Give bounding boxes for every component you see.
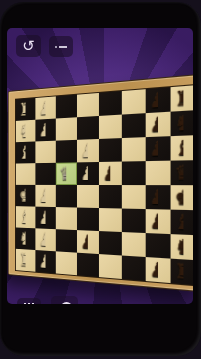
white-pawn: ♟ [34, 230, 57, 250]
square[interactable]: ♟ [77, 162, 99, 185]
square[interactable] [16, 163, 36, 185]
black-bishop: ♝ [170, 211, 193, 234]
square[interactable] [35, 163, 55, 185]
black-rook: ♜ [170, 260, 193, 283]
square[interactable] [122, 256, 146, 281]
square[interactable] [56, 251, 77, 275]
square[interactable] [56, 185, 77, 208]
square[interactable] [122, 137, 146, 161]
square[interactable]: ♛ [171, 160, 193, 185]
black-bishop: ♝ [170, 137, 193, 160]
black-pawn: ♟ [145, 259, 170, 281]
white-pawn: ♟ [76, 163, 100, 184]
square[interactable]: ♟ [35, 96, 55, 119]
black-pawn: ♟ [145, 186, 170, 208]
square[interactable] [35, 141, 55, 164]
square[interactable]: ♝ [171, 210, 193, 236]
square[interactable]: ♝ [16, 206, 36, 228]
square[interactable]: ♟ [146, 209, 171, 234]
white-pawn: ♟ [34, 186, 57, 206]
square[interactable] [122, 113, 146, 138]
black-knight: ♞ [170, 236, 193, 259]
white-pawn: ♟ [34, 208, 57, 228]
black-rook: ♜ [170, 87, 193, 110]
square[interactable] [122, 185, 146, 209]
square[interactable]: ♞ [171, 234, 193, 260]
square[interactable] [77, 208, 99, 232]
square[interactable] [77, 93, 99, 117]
square[interactable]: ♚ [16, 185, 36, 207]
white-king: ♚ [14, 186, 36, 206]
square[interactable]: ♞ [16, 120, 36, 142]
black-pawn: ♟ [145, 113, 170, 135]
square[interactable]: ♝ [171, 135, 193, 161]
square[interactable] [77, 185, 99, 208]
square[interactable] [99, 208, 122, 232]
magnifier-icon [56, 300, 74, 304]
square[interactable]: ♚ [171, 185, 193, 210]
undo-button[interactable]: ↺ [16, 35, 41, 57]
chess-board-3d: ♜♟♟♜♞♟♟♞♝♟♟♝♛♟♟♛♚♟♟♚♝♟♟♝♞♟♟♞♜♟♟♜ [8, 73, 193, 292]
white-bishop: ♝ [14, 207, 36, 227]
square[interactable] [99, 185, 122, 209]
square[interactable] [146, 161, 171, 185]
square[interactable]: ♟ [146, 257, 171, 283]
square[interactable] [99, 254, 122, 279]
square[interactable]: ♟ [35, 228, 55, 251]
board-wooden-frame: ♜♟♟♜♞♟♟♞♝♟♟♝♛♟♟♛♚♟♟♚♝♟♟♝♞♟♟♞♜♟♟♜ [8, 73, 193, 292]
square[interactable] [56, 229, 77, 252]
square[interactable]: ♟ [146, 136, 171, 161]
square[interactable]: ♟ [146, 112, 171, 137]
square[interactable] [122, 89, 146, 114]
square[interactable]: ♟ [146, 87, 171, 113]
square[interactable]: ♞ [171, 110, 193, 136]
square[interactable] [99, 91, 122, 116]
square[interactable] [99, 138, 122, 162]
square[interactable] [77, 253, 99, 277]
zoom-button[interactable] [51, 296, 78, 304]
square[interactable] [122, 232, 146, 257]
white-pawn: ♟ [34, 120, 57, 140]
screenshot-root: ♜♟♟♜♞♟♟♞♝♟♟♝♛♟♟♛♚♟♟♚♝♟♟♝♞♟♟♞♜♟♟♜ ↺ [0, 0, 201, 359]
square[interactable]: ♟ [35, 207, 55, 230]
redo-button[interactable] [49, 36, 73, 57]
white-pawn: ♟ [76, 140, 100, 161]
square[interactable]: ♟ [35, 185, 55, 207]
black-pawn: ♟ [145, 138, 170, 160]
menu-bars-icon [24, 303, 34, 304]
square[interactable] [56, 95, 77, 119]
square[interactable]: ♟ [77, 230, 99, 254]
square[interactable]: ♟ [35, 250, 55, 273]
square[interactable]: ♟ [35, 119, 55, 142]
square[interactable]: ♜ [16, 98, 36, 121]
white-pawn: ♟ [34, 252, 57, 272]
white-bishop: ♝ [14, 143, 36, 163]
square[interactable] [122, 161, 146, 185]
black-pawn: ♟ [98, 163, 122, 184]
app-screen: ♜♟♟♜♞♟♟♞♝♟♟♝♛♟♟♛♚♟♟♚♝♟♟♝♞♟♟♞♜♟♟♜ ↺ [7, 28, 193, 304]
undo-icon: ↺ [22, 39, 35, 54]
square[interactable]: ♟ [77, 139, 99, 162]
square[interactable] [99, 231, 122, 255]
white-queen: ♛ [55, 164, 78, 184]
square[interactable]: ♞ [16, 227, 36, 250]
square[interactable]: ♜ [171, 85, 193, 112]
square[interactable]: ♜ [16, 249, 36, 272]
black-knight: ♞ [170, 112, 193, 135]
square[interactable] [122, 209, 146, 234]
chess-board-grid: ♜♟♟♜♞♟♟♞♝♟♟♝♛♟♟♛♚♟♟♚♝♟♟♝♞♟♟♞♜♟♟♜ [15, 84, 193, 286]
menu-button[interactable] [17, 298, 41, 304]
black-king: ♚ [170, 186, 193, 209]
square[interactable]: ♜ [171, 259, 193, 286]
redo-icon [55, 46, 67, 48]
white-knight: ♞ [14, 229, 36, 249]
square[interactable] [99, 115, 122, 139]
black-queen: ♛ [170, 161, 193, 184]
black-pawn: ♟ [145, 89, 170, 111]
white-rook: ♜ [14, 100, 36, 120]
square[interactable] [56, 117, 77, 140]
black-pawn: ♟ [145, 210, 170, 232]
black-pawn: ♟ [76, 232, 100, 253]
square[interactable] [56, 207, 77, 230]
white-pawn: ♟ [34, 98, 57, 118]
white-rook: ♜ [14, 250, 36, 270]
phone-bezel: ♜♟♟♜♞♟♟♞♝♟♟♝♛♟♟♛♚♟♟♚♝♟♟♝♞♟♟♞♜♟♟♜ ↺ [0, 2, 201, 356]
square[interactable]: ♟ [99, 162, 122, 185]
square[interactable] [77, 116, 99, 140]
square[interactable] [56, 140, 77, 163]
square[interactable]: ♟ [146, 185, 171, 210]
square[interactable]: ♝ [16, 141, 36, 163]
square[interactable] [146, 233, 171, 259]
square[interactable]: ♛ [56, 162, 77, 185]
white-knight: ♞ [14, 121, 36, 141]
